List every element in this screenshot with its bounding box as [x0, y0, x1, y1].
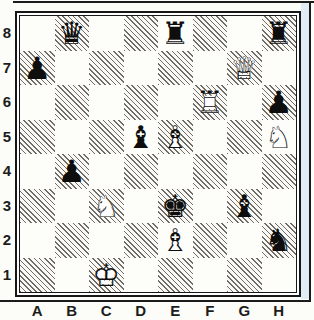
square-d8 [124, 16, 159, 51]
square-c1: ♚♔ [89, 258, 124, 293]
square-f6: ♜♖ [193, 85, 228, 120]
square-f4 [193, 154, 228, 189]
black-pawn-b4: ♟ [55, 154, 90, 189]
square-h2: ♞ [262, 223, 297, 258]
file-label-b: B [55, 302, 90, 319]
file-label-f: F [193, 302, 228, 319]
file-labels: ABCDEFGH [20, 302, 296, 319]
square-h1 [262, 258, 297, 293]
square-g8 [227, 16, 262, 51]
chess-board-inner-frame: ♛♜♜♟♛♕♜♖♟♝♝♗♞♘♟♞♘♚♝♝♗♞♚♔ [19, 15, 297, 293]
black-pawn-h6: ♟ [262, 85, 297, 120]
square-a2 [20, 223, 55, 258]
square-g1 [227, 258, 262, 293]
square-b5 [55, 120, 90, 155]
square-h7 [262, 51, 297, 86]
square-b4: ♟ [55, 154, 90, 189]
square-f7 [193, 51, 228, 86]
file-label-c: C [89, 302, 124, 319]
rank-label-4: 4 [1, 154, 13, 189]
square-e6 [158, 85, 193, 120]
square-d3 [124, 189, 159, 224]
rank-label-1: 1 [1, 258, 13, 293]
square-b3 [55, 189, 90, 224]
file-label-d: D [124, 302, 159, 319]
square-e8: ♜ [158, 16, 193, 51]
square-d7 [124, 51, 159, 86]
white-knight-h5: ♞♘ [262, 120, 297, 155]
square-g2 [227, 223, 262, 258]
file-label-h: H [262, 302, 297, 319]
square-a8 [20, 16, 55, 51]
black-bishop-d5: ♝ [124, 120, 159, 155]
rank-labels: 87654321 [1, 16, 13, 292]
square-c3: ♞♘ [89, 189, 124, 224]
square-e2: ♝♗ [158, 223, 193, 258]
square-e5: ♝♗ [158, 120, 193, 155]
square-b6 [55, 85, 90, 120]
square-c6 [89, 85, 124, 120]
file-label-g: G [227, 302, 262, 319]
square-h6: ♟ [262, 85, 297, 120]
square-a1 [20, 258, 55, 293]
black-queen-b8: ♛ [55, 16, 90, 51]
square-h3 [262, 189, 297, 224]
image-border-right [309, 1, 311, 302]
square-g3: ♝ [227, 189, 262, 224]
square-c8 [89, 16, 124, 51]
chess-board: ♛♜♜♟♛♕♜♖♟♝♝♗♞♘♟♞♘♚♝♝♗♞♚♔ [20, 16, 296, 292]
square-g7: ♛♕ [227, 51, 262, 86]
rank-label-8: 8 [1, 16, 13, 51]
square-e7 [158, 51, 193, 86]
black-king-e3: ♚ [158, 189, 193, 224]
black-rook-e8: ♜ [158, 16, 193, 51]
rank-label-7: 7 [1, 51, 13, 86]
black-bishop-g3: ♝ [227, 189, 262, 224]
square-e4 [158, 154, 193, 189]
white-king-c1: ♚♔ [89, 258, 124, 293]
square-c2 [89, 223, 124, 258]
square-c7 [89, 51, 124, 86]
square-g5 [227, 120, 262, 155]
square-e1 [158, 258, 193, 293]
black-rook-h8: ♜ [262, 16, 297, 51]
rank-label-2: 2 [1, 223, 13, 258]
square-b1 [55, 258, 90, 293]
square-a7: ♟ [20, 51, 55, 86]
white-bishop-e5: ♝♗ [158, 120, 193, 155]
square-h5: ♞♘ [262, 120, 297, 155]
square-d5: ♝ [124, 120, 159, 155]
square-d6 [124, 85, 159, 120]
file-label-a: A [20, 302, 55, 319]
square-c4 [89, 154, 124, 189]
right-margin-scan-tint [301, 3, 309, 299]
square-d2 [124, 223, 159, 258]
rank-label-5: 5 [1, 120, 13, 155]
file-label-e: E [158, 302, 193, 319]
square-d4 [124, 154, 159, 189]
image-border-top [13, 1, 314, 3]
square-a5 [20, 120, 55, 155]
square-f8 [193, 16, 228, 51]
rank-label-6: 6 [1, 85, 13, 120]
white-queen-g7: ♛♕ [227, 51, 262, 86]
square-b2 [55, 223, 90, 258]
black-pawn-a7: ♟ [20, 51, 55, 86]
square-a6 [20, 85, 55, 120]
square-g4 [227, 154, 262, 189]
square-a3 [20, 189, 55, 224]
square-f1 [193, 258, 228, 293]
black-knight-h2: ♞ [262, 223, 297, 258]
chess-board-frame: ♛♜♜♟♛♕♜♖♟♝♝♗♞♘♟♞♘♚♝♝♗♞♚♔ [15, 11, 301, 297]
square-b7 [55, 51, 90, 86]
chess-diagram: 87654321 ♛♜♜♟♛♕♜♖♟♝♝♗♞♘♟♞♘♚♝♝♗♞♚♔ ABCDEF… [0, 0, 314, 320]
square-f2 [193, 223, 228, 258]
square-h8: ♜ [262, 16, 297, 51]
rank-label-3: 3 [1, 189, 13, 224]
white-bishop-e2: ♝♗ [158, 223, 193, 258]
square-b8: ♛ [55, 16, 90, 51]
square-d1 [124, 258, 159, 293]
white-rook-f6: ♜♖ [193, 85, 228, 120]
square-a4 [20, 154, 55, 189]
square-e3: ♚ [158, 189, 193, 224]
square-h4 [262, 154, 297, 189]
square-c5 [89, 120, 124, 155]
square-g6 [227, 85, 262, 120]
white-knight-c3: ♞♘ [89, 189, 124, 224]
square-f3 [193, 189, 228, 224]
square-f5 [193, 120, 228, 155]
